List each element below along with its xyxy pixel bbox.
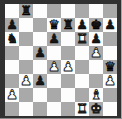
square-g2[interactable]: ♝ — [89, 88, 103, 102]
piece-white-pawn: ♟ — [104, 74, 116, 88]
square-g4[interactable] — [89, 60, 103, 74]
square-f6[interactable]: ♜ — [75, 32, 89, 46]
square-c2[interactable] — [33, 88, 47, 102]
square-h4[interactable]: ♛ — [103, 60, 117, 74]
square-f7[interactable]: ♟ — [75, 18, 89, 32]
square-c1[interactable] — [33, 102, 47, 116]
square-a4[interactable] — [5, 60, 19, 74]
piece-black-knight: ♞ — [6, 32, 18, 46]
square-e2[interactable] — [61, 88, 75, 102]
square-d5[interactable] — [47, 46, 61, 60]
square-g7[interactable]: ♚ — [89, 18, 103, 32]
square-h5[interactable] — [103, 46, 117, 60]
square-e5[interactable] — [61, 46, 75, 60]
piece-white-bishop: ♝ — [90, 88, 102, 102]
square-c4[interactable] — [33, 60, 47, 74]
square-c3[interactable]: ♟ — [33, 74, 47, 88]
piece-black-king: ♚ — [90, 18, 102, 32]
square-b5[interactable] — [19, 46, 33, 60]
piece-white-king: ♚ — [90, 102, 102, 116]
square-e4[interactable]: ♟ — [61, 60, 75, 74]
square-d3[interactable] — [47, 74, 61, 88]
square-a1[interactable] — [5, 102, 19, 116]
square-e7[interactable]: ♜ — [61, 18, 75, 32]
piece-black-pawn: ♟ — [6, 18, 18, 32]
square-a5[interactable] — [5, 46, 19, 60]
square-d7[interactable]: ♛ — [47, 18, 61, 32]
square-b6[interactable] — [19, 32, 33, 46]
square-b2[interactable] — [19, 88, 33, 102]
square-g5[interactable]: ♟ — [89, 46, 103, 60]
square-d1[interactable] — [47, 102, 61, 116]
square-h6[interactable] — [103, 32, 117, 46]
square-h2[interactable] — [103, 88, 117, 102]
square-c5[interactable]: ♟ — [33, 46, 47, 60]
chess-diagram-frame: ♜♟♛♜♟♚♟♞♟♜♟♟♟♟♟♛♟♟♟♟♝♜♚ — [0, 0, 122, 119]
square-g8[interactable] — [89, 4, 103, 18]
piece-black-rook: ♜ — [62, 18, 74, 32]
square-f2[interactable] — [75, 88, 89, 102]
piece-black-pawn: ♟ — [90, 32, 102, 46]
square-b3[interactable]: ♟ — [19, 74, 33, 88]
square-b7[interactable] — [19, 18, 33, 32]
square-f5[interactable] — [75, 46, 89, 60]
piece-black-pawn: ♟ — [34, 46, 46, 60]
square-f1[interactable]: ♜ — [75, 102, 89, 116]
piece-white-rook: ♜ — [76, 102, 88, 116]
piece-black-pawn: ♟ — [48, 32, 60, 46]
square-b4[interactable] — [19, 60, 33, 74]
square-h1[interactable] — [103, 102, 117, 116]
piece-black-queen: ♛ — [104, 60, 116, 74]
square-a6[interactable]: ♞ — [5, 32, 19, 46]
square-c7[interactable] — [33, 18, 47, 32]
piece-white-pawn: ♟ — [90, 46, 102, 60]
square-e1[interactable] — [61, 102, 75, 116]
square-c6[interactable] — [33, 32, 47, 46]
square-g6[interactable]: ♟ — [89, 32, 103, 46]
chess-board: ♜♟♛♜♟♚♟♞♟♜♟♟♟♟♟♛♟♟♟♟♝♜♚ — [5, 4, 117, 116]
square-g3[interactable] — [89, 74, 103, 88]
piece-white-pawn: ♟ — [20, 74, 32, 88]
square-a8[interactable] — [5, 4, 19, 18]
square-f4[interactable] — [75, 60, 89, 74]
square-d4[interactable]: ♟ — [47, 60, 61, 74]
square-e3[interactable] — [61, 74, 75, 88]
piece-black-rook: ♜ — [20, 4, 32, 18]
square-e6[interactable] — [61, 32, 75, 46]
piece-white-pawn: ♟ — [6, 88, 18, 102]
square-h8[interactable] — [103, 4, 117, 18]
piece-white-rook: ♜ — [76, 32, 88, 46]
square-e8[interactable] — [61, 4, 75, 18]
square-g1[interactable]: ♚ — [89, 102, 103, 116]
square-b1[interactable] — [19, 102, 33, 116]
square-d8[interactable] — [47, 4, 61, 18]
square-h7[interactable]: ♟ — [103, 18, 117, 32]
square-a7[interactable]: ♟ — [5, 18, 19, 32]
square-d2[interactable] — [47, 88, 61, 102]
piece-black-pawn: ♟ — [34, 74, 46, 88]
square-b8[interactable]: ♜ — [19, 4, 33, 18]
piece-black-pawn: ♟ — [104, 18, 116, 32]
piece-white-pawn: ♟ — [48, 60, 60, 74]
square-h3[interactable]: ♟ — [103, 74, 117, 88]
square-d6[interactable]: ♟ — [47, 32, 61, 46]
square-c8[interactable] — [33, 4, 47, 18]
piece-white-pawn: ♟ — [62, 60, 74, 74]
square-f8[interactable] — [75, 4, 89, 18]
square-a3[interactable] — [5, 74, 19, 88]
square-a2[interactable]: ♟ — [5, 88, 19, 102]
piece-black-queen: ♛ — [48, 18, 60, 32]
piece-black-pawn: ♟ — [76, 18, 88, 32]
square-f3[interactable] — [75, 74, 89, 88]
